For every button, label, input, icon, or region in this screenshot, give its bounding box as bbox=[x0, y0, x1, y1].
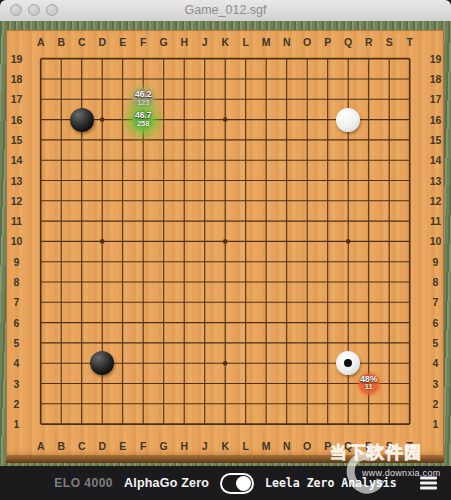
coord-label: 2 bbox=[433, 398, 439, 410]
engine-alphago-label[interactable]: AlphaGo Zero bbox=[124, 476, 209, 490]
coord-label: 15 bbox=[11, 134, 23, 146]
coord-label: O bbox=[303, 440, 311, 452]
app-window: Game_012.sgf AABBCCDDEEFFGGHHJJKKLLMMNNO… bbox=[0, 0, 451, 500]
coord-label: 16 bbox=[11, 114, 23, 126]
coord-label: 18 bbox=[11, 73, 23, 85]
coord-label: K bbox=[221, 440, 229, 452]
coord-label: D bbox=[98, 440, 106, 452]
coord-label: R bbox=[365, 440, 373, 452]
coord-label: 13 bbox=[430, 175, 442, 187]
coord-label: K bbox=[221, 36, 229, 48]
coord-label: G bbox=[160, 36, 168, 48]
coord-label: 6 bbox=[14, 317, 20, 329]
coord-label: 11 bbox=[11, 215, 22, 227]
coord-label: B bbox=[57, 440, 65, 452]
engine-toggle[interactable] bbox=[220, 473, 254, 494]
engine-toggle-knob[interactable] bbox=[236, 476, 251, 491]
coord-label: 13 bbox=[11, 175, 23, 187]
coord-label: T bbox=[406, 440, 412, 452]
candidate-move-F16[interactable]: 46.7258 bbox=[135, 111, 152, 128]
coord-label: 17 bbox=[430, 93, 442, 105]
engine-leela-label[interactable]: Leela Zero Analysis bbox=[265, 476, 397, 490]
coord-label: L bbox=[242, 440, 248, 452]
coord-label: M bbox=[262, 440, 271, 452]
coord-label: N bbox=[283, 440, 291, 452]
coord-label: 5 bbox=[433, 337, 439, 349]
coord-label: 7 bbox=[433, 296, 439, 308]
coord-label: 14 bbox=[11, 154, 23, 166]
coord-label: D bbox=[98, 36, 106, 48]
last-move-marker bbox=[344, 359, 352, 367]
coord-label: J bbox=[202, 36, 208, 48]
coord-label: J bbox=[202, 440, 208, 452]
coord-label: O bbox=[303, 36, 311, 48]
coord-label: 10 bbox=[430, 235, 442, 247]
board-grid bbox=[0, 0, 451, 466]
coord-label: 9 bbox=[433, 256, 439, 268]
coord-label: 14 bbox=[430, 154, 442, 166]
coord-label: T bbox=[406, 36, 412, 48]
coord-label: 19 bbox=[11, 53, 23, 65]
coord-label: C bbox=[78, 440, 86, 452]
coord-label: H bbox=[180, 36, 188, 48]
coord-label: E bbox=[119, 440, 126, 452]
coord-label: 5 bbox=[14, 337, 20, 349]
menu-button[interactable] bbox=[417, 474, 440, 493]
coord-label: 8 bbox=[14, 276, 20, 288]
coord-label: 3 bbox=[14, 378, 20, 390]
coord-label: 2 bbox=[14, 398, 20, 410]
coord-label: 16 bbox=[430, 114, 442, 126]
white-stone-Q16 bbox=[336, 108, 360, 132]
coord-label: 10 bbox=[11, 235, 23, 247]
coord-label: C bbox=[78, 36, 86, 48]
coord-label: P bbox=[324, 440, 331, 452]
coord-label: 1 bbox=[14, 418, 20, 430]
coord-label: S bbox=[386, 36, 393, 48]
coord-label: G bbox=[160, 440, 168, 452]
coord-label: 11 bbox=[430, 215, 441, 227]
elo-label: ELO 4000 bbox=[54, 476, 113, 490]
coord-label: L bbox=[242, 36, 248, 48]
coord-label: P bbox=[324, 36, 331, 48]
coord-label: E bbox=[119, 36, 126, 48]
coord-label: Q bbox=[344, 36, 352, 48]
black-stone-D4 bbox=[90, 351, 114, 375]
coord-label: 4 bbox=[433, 357, 439, 369]
coord-label: B bbox=[57, 36, 65, 48]
coord-label: 9 bbox=[14, 256, 20, 268]
coord-label: 8 bbox=[433, 276, 439, 288]
coord-label: Q bbox=[344, 440, 352, 452]
go-board[interactable]: AABBCCDDEEFFGGHHJJKKLLMMNNOOPPQQRRSSTT19… bbox=[0, 0, 451, 466]
black-stone-C16 bbox=[70, 108, 94, 132]
coord-label: 17 bbox=[11, 93, 23, 105]
candidate-move-R3[interactable]: 48%11 bbox=[360, 374, 377, 391]
coord-label: F bbox=[140, 440, 146, 452]
coord-label: 12 bbox=[430, 195, 442, 207]
coord-label: 4 bbox=[14, 357, 20, 369]
coord-label: 18 bbox=[430, 73, 442, 85]
coord-label: A bbox=[37, 440, 45, 452]
coord-label: 12 bbox=[11, 195, 23, 207]
coord-label: R bbox=[365, 36, 373, 48]
coord-label: 1 bbox=[433, 418, 439, 430]
coord-label: N bbox=[283, 36, 291, 48]
coord-label: H bbox=[180, 440, 188, 452]
coord-label: 6 bbox=[433, 317, 439, 329]
coord-label: 19 bbox=[430, 53, 442, 65]
coord-label: M bbox=[262, 36, 271, 48]
coord-label: 7 bbox=[14, 296, 20, 308]
bottom-toolbar: ELO 4000 AlphaGo Zero Leela Zero Analysi… bbox=[0, 466, 451, 500]
coord-label: 15 bbox=[430, 134, 442, 146]
coord-label: S bbox=[386, 440, 393, 452]
coord-label: F bbox=[140, 36, 146, 48]
coord-label: A bbox=[37, 36, 45, 48]
white-stone-Q4 bbox=[336, 351, 360, 375]
coord-label: 3 bbox=[433, 378, 439, 390]
